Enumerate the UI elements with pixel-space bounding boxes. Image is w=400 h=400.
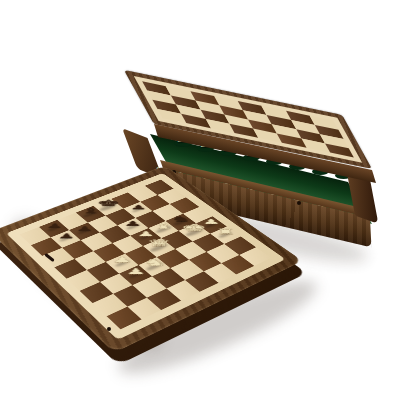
white-queen-piece: ♛: [145, 238, 173, 248]
square-dark: [189, 252, 221, 271]
square-light: [138, 257, 170, 277]
piece-shadow: [114, 260, 130, 268]
black-pawn-piece: ♟: [120, 220, 147, 227]
piece-shadow: [127, 271, 143, 279]
square-light: [239, 247, 271, 266]
square-light: [67, 270, 100, 290]
square-light: [170, 260, 203, 280]
square-dark: [54, 259, 86, 279]
square-light: [203, 263, 236, 283]
black-pawn-piece: ♟: [71, 225, 99, 232]
magnet-dot: [297, 201, 301, 205]
square-light: [206, 244, 238, 263]
board-squares: [19, 180, 271, 330]
magnet-dot: [107, 327, 111, 331]
chess-board: ♟♝♚♟♟♟♟♞♟♝♟♟♛♚♟♞♜: [31, 134, 255, 358]
square-dark: [106, 307, 141, 330]
piece-shadow: [145, 262, 164, 272]
square-dark: [152, 268, 185, 288]
product-photo-chess-set: ♟♟♟♟♟♟♟♟♟♟♟♟♟♟♟♟ ♟♝♚♟♟♟♟♞♟♝♟♟♛♚♟♞♜: [0, 0, 400, 400]
square-dark: [221, 255, 254, 275]
black-bishop-piece: ♝: [78, 207, 105, 215]
black-pawn-piece: ♟: [41, 223, 69, 229]
square-dark: [119, 265, 152, 285]
square-light: [93, 294, 127, 316]
square-light: [132, 277, 165, 298]
square-dark: [185, 271, 218, 292]
black-pawn-piece: ♟: [125, 204, 151, 210]
white-bishop-piece: ♝: [150, 222, 177, 230]
square-light: [127, 297, 161, 319]
black-pawn-piece: ♟: [52, 233, 80, 240]
square-light: [99, 273, 132, 294]
square-dark: [113, 285, 147, 306]
square-light: [166, 280, 200, 301]
white-rook-piece: ♜: [211, 228, 239, 236]
square-dark: [147, 288, 181, 310]
square-dark: [86, 262, 118, 282]
white-pawn-piece: ♟: [132, 230, 160, 237]
white-king-piece: ♚: [180, 223, 208, 233]
square-light: [74, 251, 106, 270]
square-dark: [79, 282, 112, 303]
